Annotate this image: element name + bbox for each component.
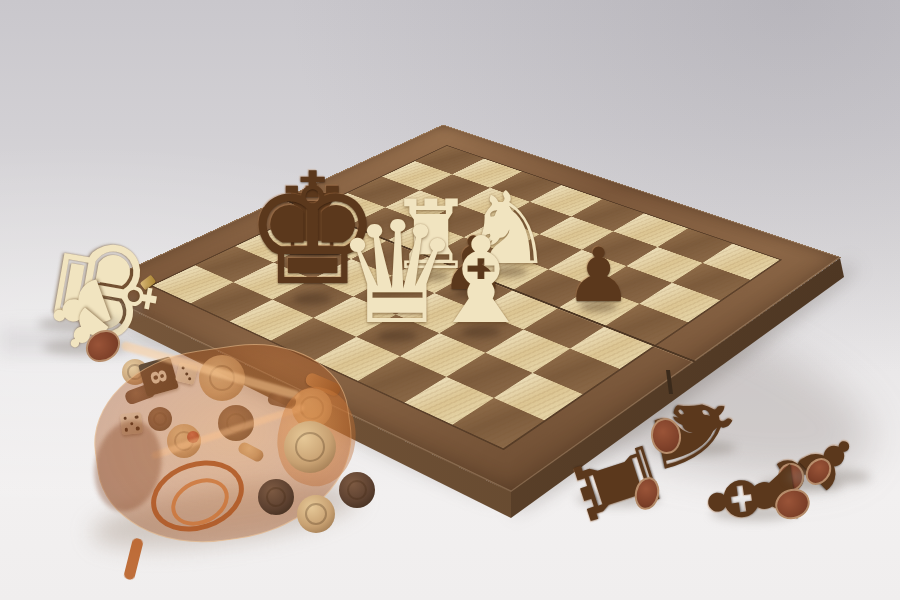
ribbon-tail bbox=[123, 537, 144, 580]
die-pip bbox=[135, 426, 139, 430]
checker-ring bbox=[347, 480, 368, 501]
checker-dark[interactable] bbox=[339, 472, 375, 508]
checker-dark[interactable] bbox=[148, 407, 172, 431]
fallen-piece-dark-pawn[interactable]: ♟ bbox=[829, 461, 888, 527]
piece-white-queen[interactable]: ♛ bbox=[397, 344, 523, 485]
checker-ring bbox=[209, 365, 236, 392]
piece-glyph: ♟ bbox=[565, 240, 632, 315]
die-pip bbox=[184, 371, 188, 375]
pip-die[interactable] bbox=[174, 361, 197, 384]
checker-light[interactable] bbox=[297, 495, 335, 533]
die-pip bbox=[123, 416, 127, 420]
die-face-text: 8 bbox=[145, 366, 172, 386]
checker-ring bbox=[305, 503, 327, 525]
die-pip bbox=[181, 365, 185, 369]
checker-ring bbox=[226, 413, 247, 434]
die-pip bbox=[134, 415, 138, 419]
scene: ♜♞♜♟♚♟♝♛ ♚♟♟ 8 ♟♞♜♝♟ bbox=[0, 0, 900, 600]
checker-dark[interactable] bbox=[218, 405, 254, 441]
checker-dark[interactable] bbox=[258, 479, 294, 515]
piece-glyph: ♛ bbox=[334, 203, 460, 344]
checker-light-edge[interactable] bbox=[237, 441, 265, 464]
pip-die[interactable] bbox=[119, 411, 142, 434]
red-bead[interactable] bbox=[187, 431, 199, 443]
piece-dark-pawn[interactable]: ♟ bbox=[599, 314, 666, 389]
checker-dark-edge[interactable] bbox=[267, 391, 297, 409]
checker-ring bbox=[153, 412, 167, 426]
die-pip bbox=[129, 421, 133, 425]
checker-light[interactable] bbox=[199, 355, 245, 401]
checker-ring bbox=[266, 487, 287, 508]
die-pip bbox=[188, 377, 192, 381]
die-pip bbox=[124, 428, 128, 432]
